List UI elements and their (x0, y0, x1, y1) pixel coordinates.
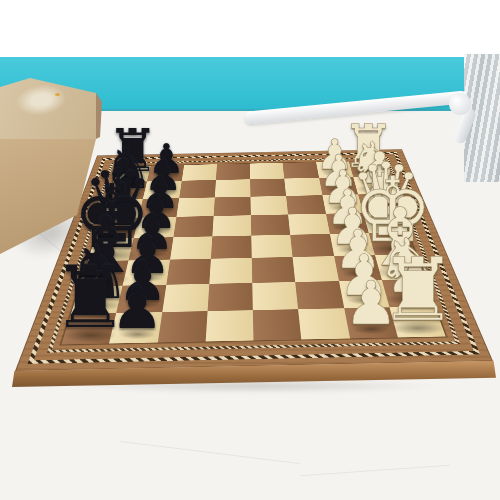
square-center-marker (407, 293, 409, 294)
board-square (216, 164, 250, 181)
square-center-marker (277, 324, 279, 325)
square-center-marker (300, 170, 301, 171)
square-center-marker (233, 172, 234, 173)
board-square (213, 197, 250, 216)
photo-scene: ♜♟♟♜♞♟♟♞♝♟♟♝♛♟♟♛♚♟♟♚♝♟♟♝♞♟♟♞♜♟♟♜ (0, 0, 500, 500)
board-square (319, 177, 358, 195)
board-square (250, 163, 285, 179)
board-square (369, 232, 416, 255)
square-center-marker (122, 208, 124, 209)
square-center-marker (232, 206, 233, 207)
square-center-marker (303, 187, 304, 188)
board-square (358, 194, 401, 213)
square-center-marker (97, 299, 99, 300)
square-center-marker (191, 248, 193, 249)
square-center-marker (198, 189, 199, 190)
square-center-marker (273, 270, 275, 271)
board-square (107, 182, 147, 200)
square-center-marker (105, 273, 107, 274)
board-square (179, 180, 216, 198)
square-center-marker (111, 249, 113, 250)
board-square (71, 285, 123, 313)
square-center-marker (315, 269, 317, 270)
board-square (134, 217, 176, 238)
square-center-marker (127, 190, 129, 191)
board-square (334, 255, 382, 280)
board-square (162, 284, 209, 312)
board-square (250, 196, 288, 215)
square-center-marker (268, 187, 269, 188)
board-square (129, 237, 173, 260)
board-square (176, 197, 215, 216)
square-center-marker (363, 294, 365, 295)
square-center-marker (136, 327, 138, 328)
board-square (252, 257, 296, 283)
board-square (250, 179, 286, 197)
board-square (251, 235, 293, 258)
square-center-marker (233, 188, 234, 189)
square-center-marker (308, 224, 310, 225)
board-square (284, 178, 322, 196)
board-square (170, 236, 212, 259)
board-square (330, 233, 375, 256)
board-square (205, 310, 253, 341)
square-center-marker (151, 249, 153, 250)
board-square (212, 215, 251, 236)
board-square (147, 165, 184, 182)
board-square (288, 214, 329, 235)
square-center-marker (399, 267, 401, 268)
square-center-marker (312, 245, 314, 246)
square-center-marker (231, 247, 233, 248)
board-square (375, 255, 425, 280)
board-square (123, 260, 170, 286)
board-square (363, 212, 408, 233)
square-center-marker (323, 323, 325, 324)
square-center-marker (183, 326, 185, 327)
square-center-marker (368, 169, 370, 170)
square-center-marker (230, 325, 232, 326)
board-squares-grid (61, 161, 446, 345)
board-square (252, 282, 298, 310)
square-center-marker (196, 207, 198, 208)
board-square (209, 258, 252, 284)
board-square (283, 162, 319, 178)
board-square (207, 283, 252, 311)
board-square (251, 214, 291, 235)
square-center-marker (319, 295, 321, 296)
square-center-marker (270, 225, 272, 226)
board-square (339, 280, 390, 308)
board-square (316, 161, 353, 177)
square-center-marker (186, 297, 188, 298)
square-center-marker (117, 228, 119, 229)
square-center-marker (199, 172, 200, 173)
square-center-marker (189, 271, 191, 272)
square-center-marker (269, 205, 271, 206)
board-square (143, 181, 181, 199)
square-center-marker (231, 270, 233, 271)
square-center-marker (347, 223, 349, 224)
board-square (181, 164, 216, 181)
white-pipe-elbow (449, 93, 471, 115)
square-center-marker (417, 321, 419, 322)
board-square (253, 309, 302, 340)
board-square (109, 312, 162, 344)
square-center-marker (272, 246, 274, 247)
board-square (215, 179, 251, 197)
square-center-marker (132, 174, 134, 175)
box-chip-mark (55, 93, 60, 96)
square-center-marker (379, 203, 381, 204)
board-square (166, 259, 211, 285)
square-center-marker (155, 227, 157, 228)
box-worn-patch (14, 82, 68, 119)
board-square (157, 311, 207, 343)
board-square (61, 313, 116, 345)
square-center-marker (338, 186, 340, 187)
board-square (211, 236, 252, 259)
square-center-marker (194, 226, 196, 227)
board-square (293, 256, 339, 282)
square-center-marker (166, 173, 167, 174)
box-top-face (0, 75, 104, 145)
square-center-marker (275, 295, 277, 296)
square-center-marker (385, 222, 387, 223)
square-center-marker (342, 204, 344, 205)
board-square (295, 281, 343, 309)
square-center-marker (232, 226, 234, 227)
square-center-marker (89, 328, 91, 329)
square-center-marker (147, 272, 149, 273)
square-center-marker (163, 190, 165, 191)
wooden-box (0, 75, 110, 265)
square-center-marker (305, 204, 307, 205)
board-square (290, 234, 333, 257)
board-square (173, 216, 213, 237)
square-center-marker (373, 185, 375, 186)
square-center-marker (159, 208, 161, 209)
board-square (116, 284, 166, 312)
board-square (326, 213, 369, 234)
board-square (286, 195, 325, 214)
square-center-marker (267, 171, 268, 172)
square-center-marker (230, 296, 232, 297)
square-center-marker (334, 170, 335, 171)
square-center-marker (357, 268, 359, 269)
board-square (139, 198, 179, 218)
board-square (113, 166, 151, 183)
board-square (353, 176, 394, 194)
square-center-marker (352, 244, 354, 245)
board-square (322, 194, 363, 213)
board-square (298, 308, 349, 339)
square-center-marker (392, 244, 394, 245)
square-center-marker (370, 322, 372, 323)
square-center-marker (142, 298, 144, 299)
board-square (349, 161, 388, 177)
